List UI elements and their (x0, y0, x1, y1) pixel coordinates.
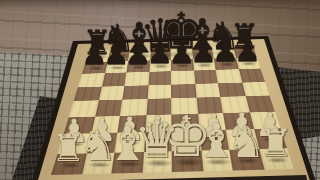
piece-black-pawn[interactable]: ♟ (103, 40, 130, 70)
piece-black-pawn[interactable]: ♟ (234, 36, 261, 66)
pieces-layer: ♜♞♝♛♚♝♞♜♟♟♟♟♟♟♟♟♟♟♟♟♟♟♟♟♜♞♝♛♚♝♞♜ (0, 0, 320, 180)
scene: ♜♞♝♛♚♝♞♜♟♟♟♟♟♟♟♟♟♟♟♟♟♟♟♟♜♞♝♛♚♝♞♜ (0, 0, 320, 180)
piece-white-bishop[interactable]: ♝ (195, 117, 237, 164)
piece-white-knight[interactable]: ♞ (79, 125, 117, 167)
piece-black-pawn[interactable]: ♟ (168, 38, 195, 68)
